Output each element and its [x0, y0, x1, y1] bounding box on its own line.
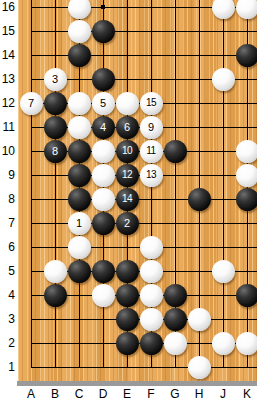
stone-white-K10: [236, 140, 258, 163]
row-label-14: 14: [0, 48, 15, 62]
stone-white-H1: [188, 356, 211, 379]
stone-white-K9: [236, 164, 258, 187]
row-label-5: 5: [0, 264, 15, 278]
row-label-8: 8: [0, 192, 15, 206]
move-number: 8: [52, 146, 58, 157]
grid-line-row-14: [31, 55, 257, 56]
move-number: 11: [146, 146, 155, 156]
stone-white-K16: [236, 0, 258, 19]
row-label-7: 7: [0, 216, 15, 230]
stone-black-K8: [236, 188, 258, 211]
stone-black-H8: [188, 188, 211, 211]
row-label-3: 3: [0, 312, 15, 326]
stone-black-E3: [116, 308, 139, 331]
stone-white-C15: [68, 20, 91, 43]
stone-white-B13: 3: [44, 68, 67, 91]
row-label-15: 15: [0, 24, 15, 38]
row-label-10: 10: [0, 144, 15, 158]
stone-black-C14: [68, 44, 91, 67]
stone-black-D5: [92, 260, 115, 283]
stone-black-K14: [236, 44, 258, 67]
row-label-1: 1: [0, 360, 15, 374]
stone-black-B12: [44, 92, 67, 115]
stone-black-E2: [116, 332, 139, 355]
stone-black-E5: [116, 260, 139, 283]
stone-white-D8: [92, 188, 115, 211]
col-label-F: F: [139, 387, 163, 401]
col-label-C: C: [67, 387, 91, 401]
row-label-12: 12: [0, 96, 15, 110]
stone-white-J5: [212, 260, 235, 283]
stone-black-K4: [236, 284, 258, 307]
move-number: 4: [100, 122, 106, 133]
stone-white-F9: 13: [140, 164, 163, 187]
stone-black-G3: [164, 308, 187, 331]
stone-black-D13: [92, 68, 115, 91]
grid-line-row-15: [31, 31, 257, 32]
stone-black-E11: 6: [116, 116, 139, 139]
col-label-B: B: [43, 387, 67, 401]
stone-white-J16: [212, 0, 235, 19]
move-number: 9: [148, 122, 154, 133]
stone-black-B4: [44, 284, 67, 307]
stone-white-F6: [140, 236, 163, 259]
stone-white-F5: [140, 260, 163, 283]
stone-black-G10: [164, 140, 187, 163]
stone-white-D10: [92, 140, 115, 163]
move-number: 2: [124, 218, 130, 229]
stone-white-F4: [140, 284, 163, 307]
star-point-D16: [101, 5, 105, 9]
stone-black-E10: 10: [116, 140, 139, 163]
stone-white-H3: [188, 308, 211, 331]
stone-white-G2: [164, 332, 187, 355]
move-number: 6: [124, 122, 130, 133]
stone-white-F11: 9: [140, 116, 163, 139]
stone-white-C16: [68, 0, 91, 19]
go-diagram: 375154698101112131412 161514131211109876…: [0, 0, 257, 404]
stone-black-D7: [92, 212, 115, 235]
go-board[interactable]: 375154698101112131412: [18, 0, 257, 381]
stone-black-D15: [92, 20, 115, 43]
stone-white-C12: [68, 92, 91, 115]
stone-black-G4: [164, 284, 187, 307]
stone-white-K2: [236, 332, 258, 355]
move-number: 7: [28, 98, 34, 109]
stone-white-D4: [92, 284, 115, 307]
grid-line-row-1: [31, 367, 257, 368]
stone-black-E9: 12: [116, 164, 139, 187]
board-bottom-shadow: [17, 381, 257, 386]
row-label-13: 13: [0, 72, 15, 86]
stone-black-E8: 14: [116, 188, 139, 211]
stone-white-J2: [212, 332, 235, 355]
stone-black-B10: 8: [44, 140, 67, 163]
col-label-E: E: [115, 387, 139, 401]
stone-white-A12: 7: [20, 92, 43, 115]
move-number: 5: [100, 98, 106, 109]
stone-white-D12: 5: [92, 92, 115, 115]
col-label-K: K: [235, 387, 257, 401]
stone-white-F10: 11: [140, 140, 163, 163]
stone-black-C8: [68, 188, 91, 211]
col-label-G: G: [163, 387, 187, 401]
stone-white-C6: [68, 236, 91, 259]
stone-white-E12: [116, 92, 139, 115]
stone-white-C11: [68, 116, 91, 139]
stone-black-E7: 2: [116, 212, 139, 235]
move-number: 14: [122, 194, 132, 204]
stone-white-F3: [140, 308, 163, 331]
stone-black-C10: [68, 140, 91, 163]
move-number: 3: [52, 74, 58, 85]
stone-white-D9: [92, 164, 115, 187]
row-label-9: 9: [0, 168, 15, 182]
stone-black-C5: [68, 260, 91, 283]
row-label-11: 11: [0, 120, 15, 134]
stone-black-D11: 4: [92, 116, 115, 139]
row-label-6: 6: [0, 240, 15, 254]
col-label-J: J: [211, 387, 235, 401]
grid-line-row-7: [31, 223, 257, 224]
stone-white-B5: [44, 260, 67, 283]
stone-black-B11: [44, 116, 67, 139]
grid-line-row-8: [31, 199, 257, 200]
stone-black-F2: [140, 332, 163, 355]
move-number: 12: [122, 170, 132, 180]
stone-black-E4: [116, 284, 139, 307]
stone-white-F12: 15: [140, 92, 163, 115]
row-label-16: 16: [0, 0, 15, 14]
move-number: 15: [146, 98, 156, 108]
row-label-2: 2: [0, 336, 15, 350]
move-number: 13: [146, 170, 156, 180]
col-label-D: D: [91, 387, 115, 401]
move-number: 1: [76, 218, 82, 229]
move-number: 10: [122, 146, 132, 156]
col-label-A: A: [19, 387, 43, 401]
stone-white-C7: 1: [68, 212, 91, 235]
stone-black-C9: [68, 164, 91, 187]
stone-white-J13: [212, 68, 235, 91]
row-label-4: 4: [0, 288, 15, 302]
col-label-H: H: [187, 387, 211, 401]
